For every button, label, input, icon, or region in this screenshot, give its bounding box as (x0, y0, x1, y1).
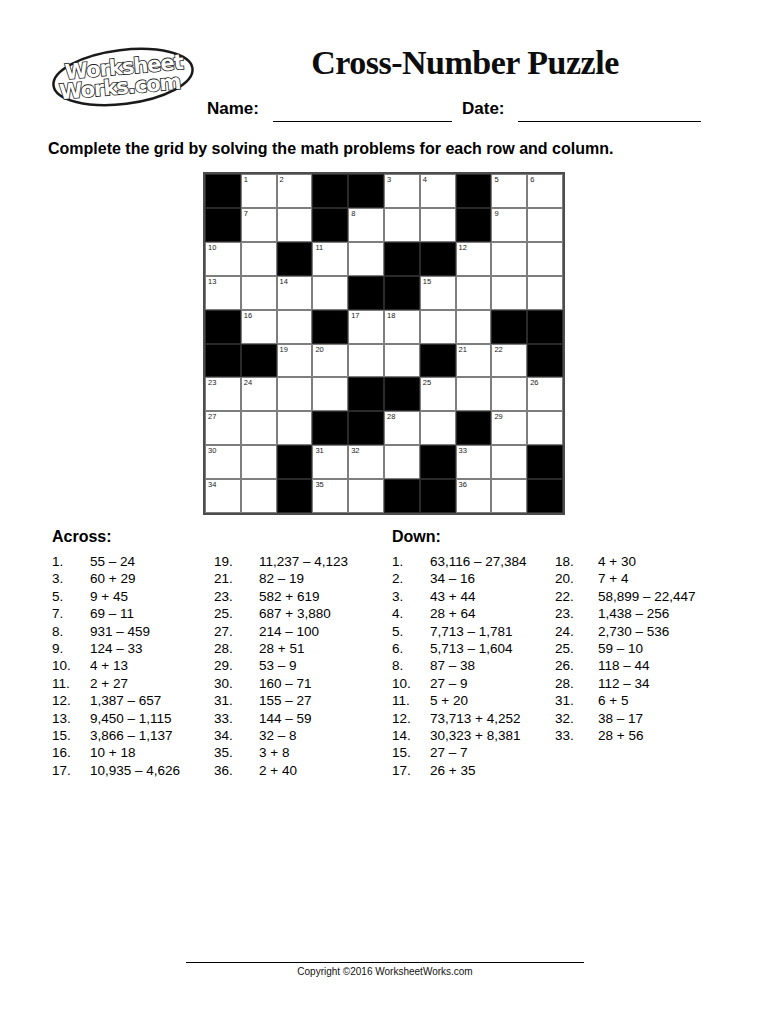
clue-across-17-expression: 10,935 – 4,626 (90, 763, 180, 780)
grid-cell-r9c1[interactable]: 30 (205, 445, 241, 479)
clue-down-18-expression: 4 + 30 (598, 554, 636, 571)
grid-cell-r1c2[interactable]: 1 (241, 174, 277, 208)
grid-cell-r10c2[interactable] (241, 479, 277, 513)
grid-cell-r2c7[interactable] (420, 208, 456, 242)
instructions-text: Complete the grid by solving the math pr… (48, 140, 748, 158)
grid-cell-r6c3[interactable]: 19 (277, 344, 313, 378)
clue-down-1-expression: 63,116 – 27,384 (430, 554, 527, 571)
cell-clue-number-29: 29 (494, 412, 502, 422)
clue-across-21: 21.82 – 19 (214, 571, 348, 588)
grid-cell-r10c4[interactable]: 35 (312, 479, 348, 513)
grid-cell-r5c1-block (205, 310, 241, 344)
clue-down-10-number: 10. (392, 676, 430, 693)
footer-divider (186, 962, 584, 963)
grid-cell-r7c9[interactable] (491, 377, 527, 411)
clue-down-2: 2.34 – 16 (392, 571, 527, 588)
clue-across-34-expression: 32 – 8 (259, 728, 297, 745)
clue-across-36: 36.2 + 40 (214, 763, 348, 780)
grid-cell-r10c1[interactable]: 34 (205, 479, 241, 513)
grid-cell-r5c8[interactable] (456, 310, 492, 344)
clue-across-3: 3.60 + 29 (52, 571, 180, 588)
clue-down-24: 24.2,730 – 536 (555, 624, 696, 641)
cell-clue-number-18: 18 (387, 311, 395, 321)
grid-cell-r5c2[interactable]: 16 (241, 310, 277, 344)
grid-cell-r8c7[interactable] (420, 411, 456, 445)
grid-cell-r1c5-block (348, 174, 384, 208)
clue-down-3: 3.43 + 44 (392, 589, 527, 606)
grid-cell-r3c6-block (384, 242, 420, 276)
clue-across-5: 5.9 + 45 (52, 589, 180, 606)
clue-down-31-expression: 6 + 5 (598, 693, 628, 710)
grid-cell-r3c9[interactable] (491, 242, 527, 276)
clue-down-20: 20.7 + 4 (555, 571, 696, 588)
clue-across-3-number: 3. (52, 571, 90, 588)
grid-cell-r8c3[interactable] (277, 411, 313, 445)
clue-across-12-number: 12. (52, 693, 90, 710)
cell-clue-number-9: 9 (494, 209, 498, 219)
clue-down-6-expression: 5,713 – 1,604 (430, 641, 513, 658)
across-clues-column-2: 19.11,237 – 4,12321.82 – 1923.582 + 6192… (214, 554, 348, 780)
clue-down-23: 23.1,438 – 256 (555, 606, 696, 623)
clue-down-14-number: 14. (392, 728, 430, 745)
cell-clue-number-6: 6 (530, 175, 534, 185)
grid-cell-r3c1[interactable]: 10 (205, 242, 241, 276)
clue-across-33-number: 33. (214, 711, 259, 728)
clue-down-20-expression: 7 + 4 (598, 571, 628, 588)
grid-cell-r4c9[interactable] (491, 276, 527, 310)
clue-across-23-expression: 582 + 619 (259, 589, 319, 606)
grid-cell-r1c6[interactable]: 3 (384, 174, 420, 208)
cell-clue-number-2: 2 (280, 175, 284, 185)
grid-cell-r4c3[interactable]: 14 (277, 276, 313, 310)
clue-down-4-expression: 28 + 64 (430, 606, 475, 623)
clue-across-16-number: 16. (52, 745, 90, 762)
clue-across-1: 1.55 – 24 (52, 554, 180, 571)
clue-across-23-number: 23. (214, 589, 259, 606)
grid-cell-r4c1[interactable]: 13 (205, 276, 241, 310)
grid-cell-r6c9[interactable]: 22 (491, 344, 527, 378)
clue-across-36-expression: 2 + 40 (259, 763, 297, 780)
clue-down-22-expression: 58,899 – 22,447 (598, 589, 696, 606)
clue-down-2-number: 2. (392, 571, 430, 588)
clue-across-27-number: 27. (214, 624, 259, 641)
grid-cell-r9c2[interactable] (241, 445, 277, 479)
puzzle-grid: 1234567891011121314151617181920212223242… (203, 172, 565, 515)
cell-clue-number-22: 22 (494, 345, 502, 355)
grid-cell-r1c1-block (205, 174, 241, 208)
grid-cell-r3c10[interactable] (527, 242, 563, 276)
clue-across-7-expression: 69 – 11 (90, 606, 134, 623)
grid-cell-r3c2[interactable] (241, 242, 277, 276)
grid-cell-r7c8[interactable] (456, 377, 492, 411)
clue-across-35-number: 35. (214, 745, 259, 762)
page-title: Cross-Number Puzzle (285, 44, 645, 82)
grid-cell-r4c6-block (384, 276, 420, 310)
grid-cell-r5c4-block (312, 310, 348, 344)
clue-down-10: 10.27 – 9 (392, 676, 527, 693)
grid-cell-r8c10[interactable] (527, 411, 563, 445)
grid-cell-r7c2[interactable]: 24 (241, 377, 277, 411)
grid-cell-r6c7-block (420, 344, 456, 378)
cell-clue-number-30: 30 (208, 446, 216, 456)
cell-clue-number-8: 8 (351, 209, 355, 219)
grid-cell-r3c5[interactable] (348, 242, 384, 276)
clue-down-10-expression: 27 – 9 (430, 676, 468, 693)
clue-down-8-number: 8. (392, 658, 430, 675)
cell-clue-number-16: 16 (244, 311, 252, 321)
clue-across-13-number: 13. (52, 711, 90, 728)
clue-down-15-number: 15. (392, 745, 430, 762)
clue-down-8: 8.87 – 38 (392, 658, 527, 675)
grid-cell-r7c7[interactable]: 25 (420, 377, 456, 411)
clue-down-4: 4.28 + 64 (392, 606, 527, 623)
clue-across-28-expression: 28 + 51 (259, 641, 304, 658)
clue-across-27: 27.214 – 100 (214, 624, 348, 641)
clue-across-12: 12.1,387 – 657 (52, 693, 180, 710)
cell-clue-number-25: 25 (423, 378, 431, 388)
cell-clue-number-26: 26 (530, 378, 538, 388)
clue-across-17-number: 17. (52, 763, 90, 780)
name-input-line[interactable] (273, 103, 452, 122)
grid-cell-r10c8[interactable]: 36 (456, 479, 492, 513)
grid-cell-r4c10[interactable] (527, 276, 563, 310)
date-input-line[interactable] (518, 103, 701, 122)
clue-down-12: 12.73,713 + 4,252 (392, 711, 527, 728)
grid-cell-r4c2[interactable] (241, 276, 277, 310)
grid-cell-r7c4[interactable] (312, 377, 348, 411)
clue-across-33: 33.144 – 59 (214, 711, 348, 728)
clue-down-31-number: 31. (555, 693, 598, 710)
cell-clue-number-14: 14 (280, 277, 288, 287)
clue-down-28-expression: 112 – 34 (598, 676, 650, 693)
cell-clue-number-10: 10 (208, 243, 216, 253)
grid-cell-r7c10[interactable]: 26 (527, 377, 563, 411)
grid-cell-r2c10[interactable] (527, 208, 563, 242)
clue-down-33-number: 33. (555, 728, 598, 745)
clue-across-30: 30.160 – 71 (214, 676, 348, 693)
clue-across-28: 28.28 + 51 (214, 641, 348, 658)
clue-across-29: 29.53 – 9 (214, 658, 348, 675)
grid-cell-r4c4[interactable] (312, 276, 348, 310)
grid-cell-r1c9[interactable]: 5 (491, 174, 527, 208)
clue-across-29-number: 29. (214, 658, 259, 675)
clue-down-1: 1.63,116 – 27,384 (392, 554, 527, 571)
clue-across-7: 7.69 – 11 (52, 606, 180, 623)
clue-down-28: 28.112 – 34 (555, 676, 696, 693)
clue-across-19: 19.11,237 – 4,123 (214, 554, 348, 571)
grid-cell-r2c6[interactable] (384, 208, 420, 242)
grid-cell-r10c10-block (527, 479, 563, 513)
cell-clue-number-5: 5 (494, 175, 498, 185)
clue-down-18-number: 18. (555, 554, 598, 571)
grid-cell-r5c6[interactable]: 18 (384, 310, 420, 344)
clue-down-4-number: 4. (392, 606, 430, 623)
clue-across-21-number: 21. (214, 571, 259, 588)
clue-down-15: 15.27 – 7 (392, 745, 527, 762)
clue-down-23-expression: 1,438 – 256 (598, 606, 669, 623)
clue-down-28-number: 28. (555, 676, 598, 693)
clue-across-12-expression: 1,387 – 657 (90, 693, 161, 710)
grid-cell-r7c6-block (384, 377, 420, 411)
clue-across-33-expression: 144 – 59 (259, 711, 312, 728)
clue-down-22-number: 22. (555, 589, 598, 606)
cell-clue-number-13: 13 (208, 277, 216, 287)
clue-across-8: 8.931 – 459 (52, 624, 180, 641)
across-clues-column-1: 1.55 – 243.60 + 295.9 + 457.69 – 118.931… (52, 554, 180, 780)
clue-across-31-expression: 155 – 27 (259, 693, 312, 710)
clue-across-35: 35.3 + 8 (214, 745, 348, 762)
clue-across-11: 11.2 + 27 (52, 676, 180, 693)
clue-across-30-number: 30. (214, 676, 259, 693)
cell-clue-number-12: 12 (459, 243, 467, 253)
clue-down-25: 25.59 – 10 (555, 641, 696, 658)
clue-across-31: 31.155 – 27 (214, 693, 348, 710)
cell-clue-number-35: 35 (315, 480, 323, 490)
clue-across-11-number: 11. (52, 676, 90, 693)
clue-across-30-expression: 160 – 71 (259, 676, 312, 693)
cell-clue-number-15: 15 (423, 277, 431, 287)
clue-down-32-number: 32. (555, 711, 598, 728)
clue-down-25-number: 25. (555, 641, 598, 658)
clue-down-23-number: 23. (555, 606, 598, 623)
grid-cell-r8c2[interactable] (241, 411, 277, 445)
clue-across-16-expression: 10 + 18 (90, 745, 135, 762)
clue-across-25-number: 25. (214, 606, 259, 623)
cell-clue-number-28: 28 (387, 412, 395, 422)
grid-cell-r6c10-block (527, 344, 563, 378)
clue-across-10: 10.4 + 13 (52, 658, 180, 675)
cell-clue-number-33: 33 (459, 446, 467, 456)
grid-cell-r3c3-block (277, 242, 313, 276)
clue-down-17: 17.26 + 35 (392, 763, 527, 780)
grid-cell-r10c5[interactable] (348, 479, 384, 513)
clue-across-25: 25.687 + 3,880 (214, 606, 348, 623)
grid-cell-r9c3-block (277, 445, 313, 479)
worksheet-page: { "header": { "logo_line1": "Worksheet",… (0, 0, 768, 1024)
grid-cell-r7c3[interactable] (277, 377, 313, 411)
grid-cell-r9c7-block (420, 445, 456, 479)
cell-clue-number-36: 36 (459, 480, 467, 490)
clue-across-5-expression: 9 + 45 (90, 589, 128, 606)
clue-across-5-number: 5. (52, 589, 90, 606)
clue-down-18: 18.4 + 30 (555, 554, 696, 571)
cell-clue-number-24: 24 (244, 378, 252, 388)
grid-cell-r1c7[interactable]: 4 (420, 174, 456, 208)
clue-across-23: 23.582 + 619 (214, 589, 348, 606)
grid-cell-r10c3-block (277, 479, 313, 513)
clue-down-11-number: 11. (392, 693, 430, 710)
clue-across-25-expression: 687 + 3,880 (259, 606, 331, 623)
grid-cell-r6c8[interactable]: 21 (456, 344, 492, 378)
clue-down-11: 11.5 + 20 (392, 693, 527, 710)
clue-across-35-expression: 3 + 8 (259, 745, 289, 762)
grid-cell-r8c1[interactable]: 27 (205, 411, 241, 445)
clue-across-10-number: 10. (52, 658, 90, 675)
grid-cell-r1c10[interactable]: 6 (527, 174, 563, 208)
clue-down-32: 32.38 – 17 (555, 711, 696, 728)
cell-clue-number-23: 23 (208, 378, 216, 388)
clue-down-14: 14.30,323 + 8,381 (392, 728, 527, 745)
down-heading: Down: (392, 528, 441, 546)
clue-across-15-expression: 3,866 – 1,137 (90, 728, 173, 745)
footer-copyright: Copyright ©2016 WorksheetWorks.com (186, 966, 584, 977)
clue-down-8-expression: 87 – 38 (430, 658, 475, 675)
grid-cell-r2c3[interactable] (277, 208, 313, 242)
clue-across-34: 34.32 – 8 (214, 728, 348, 745)
clue-across-36-number: 36. (214, 763, 259, 780)
grid-cell-r6c5[interactable] (348, 344, 384, 378)
grid-cell-r9c5[interactable]: 32 (348, 445, 384, 479)
grid-cell-r5c5[interactable]: 17 (348, 310, 384, 344)
clue-down-32-expression: 38 – 17 (598, 711, 643, 728)
grid-cell-r9c10-block (527, 445, 563, 479)
grid-cell-r7c5-block (348, 377, 384, 411)
across-heading: Across: (52, 528, 112, 546)
cell-clue-number-19: 19 (280, 345, 288, 355)
clue-across-17: 17.10,935 – 4,626 (52, 763, 180, 780)
down-clues-column-1: 1.63,116 – 27,3842.34 – 163.43 + 444.28 … (392, 554, 527, 780)
grid-cell-r6c1-block (205, 344, 241, 378)
grid-cell-r6c6[interactable] (384, 344, 420, 378)
clue-across-9: 9.124 – 33 (52, 641, 180, 658)
clue-across-21-expression: 82 – 19 (259, 571, 304, 588)
clue-down-15-expression: 27 – 7 (430, 745, 468, 762)
clue-across-7-number: 7. (52, 606, 90, 623)
clue-across-16: 16.10 + 18 (52, 745, 180, 762)
date-label: Date: (462, 99, 505, 119)
grid-cell-r8c8-block (456, 411, 492, 445)
clue-across-11-expression: 2 + 27 (90, 676, 128, 693)
clue-down-17-number: 17. (392, 763, 430, 780)
clue-across-19-expression: 11,237 – 4,123 (259, 554, 348, 571)
grid-cell-r4c7[interactable]: 15 (420, 276, 456, 310)
clue-down-3-number: 3. (392, 589, 430, 606)
grid-cell-r2c8-block (456, 208, 492, 242)
grid-cell-r7c1[interactable]: 23 (205, 377, 241, 411)
clue-down-26: 26.118 – 44 (555, 658, 696, 675)
clue-across-10-expression: 4 + 13 (90, 658, 128, 675)
grid-cell-r9c8[interactable]: 33 (456, 445, 492, 479)
grid-cell-r6c4[interactable]: 20 (312, 344, 348, 378)
name-label: Name: (207, 99, 259, 119)
grid-cell-r5c10-block (527, 310, 563, 344)
clue-across-13-expression: 9,450 – 1,115 (90, 711, 172, 728)
grid-cell-r4c8[interactable] (456, 276, 492, 310)
grid-cell-r1c4-block (312, 174, 348, 208)
clue-across-8-expression: 931 – 459 (90, 624, 150, 641)
clue-down-20-number: 20. (555, 571, 598, 588)
clue-across-34-number: 34. (214, 728, 259, 745)
clue-down-26-number: 26. (555, 658, 598, 675)
clue-down-6-number: 6. (392, 641, 430, 658)
grid-cell-r8c5-block (348, 411, 384, 445)
cell-clue-number-4: 4 (423, 175, 427, 185)
grid-cell-r9c4[interactable]: 31 (312, 445, 348, 479)
cell-clue-number-27: 27 (208, 412, 216, 422)
grid-cell-r8c6[interactable]: 28 (384, 411, 420, 445)
clue-across-27-expression: 214 – 100 (259, 624, 319, 641)
grid-cell-r9c9[interactable] (491, 445, 527, 479)
cell-clue-number-3: 3 (387, 175, 391, 185)
grid-cell-r6c2-block (241, 344, 277, 378)
clue-down-24-expression: 2,730 – 536 (598, 624, 669, 641)
grid-cell-r3c4[interactable]: 11 (312, 242, 348, 276)
grid-cell-r3c7-block (420, 242, 456, 276)
cell-clue-number-21: 21 (459, 345, 467, 355)
clue-across-15-number: 15. (52, 728, 90, 745)
clue-down-24-number: 24. (555, 624, 598, 641)
grid-cell-r1c3[interactable]: 2 (277, 174, 313, 208)
down-clues-column-2: 18.4 + 3020.7 + 422.58,899 – 22,44723.1,… (555, 554, 696, 745)
clue-down-12-expression: 73,713 + 4,252 (430, 711, 520, 728)
grid-cell-r10c9[interactable] (491, 479, 527, 513)
grid-cell-r1c8-block (456, 174, 492, 208)
cell-clue-number-11: 11 (315, 243, 323, 253)
clue-down-2-expression: 34 – 16 (430, 571, 475, 588)
grid-cell-r3c8[interactable]: 12 (456, 242, 492, 276)
clue-down-17-expression: 26 + 35 (430, 763, 475, 780)
clue-down-5-number: 5. (392, 624, 430, 641)
clue-down-12-number: 12. (392, 711, 430, 728)
clue-across-1-expression: 55 – 24 (90, 554, 135, 571)
clue-down-33-expression: 28 + 56 (598, 728, 643, 745)
grid-cell-r5c9-block (491, 310, 527, 344)
grid-cell-r5c7[interactable] (420, 310, 456, 344)
grid-cell-r8c4-block (312, 411, 348, 445)
clue-down-5: 5.7,713 – 1,781 (392, 624, 527, 641)
worksheetworks-logo: Worksheet Works.com (42, 40, 206, 130)
grid-cell-r4c5-block (348, 276, 384, 310)
clue-down-1-number: 1. (392, 554, 430, 571)
clue-down-5-expression: 7,713 – 1,781 (430, 624, 513, 641)
clue-across-1-number: 1. (52, 554, 90, 571)
clue-down-31: 31.6 + 5 (555, 693, 696, 710)
clue-across-8-number: 8. (52, 624, 90, 641)
clue-down-33: 33.28 + 56 (555, 728, 696, 745)
grid-cell-r10c7-block (420, 479, 456, 513)
cell-clue-number-31: 31 (315, 446, 323, 456)
clue-down-22: 22.58,899 – 22,447 (555, 589, 696, 606)
grid-cell-r2c4-block (312, 208, 348, 242)
cell-clue-number-1: 1 (244, 175, 248, 185)
grid-cell-r2c9[interactable]: 9 (491, 208, 527, 242)
clue-down-11-expression: 5 + 20 (430, 693, 468, 710)
clue-across-28-number: 28. (214, 641, 259, 658)
cell-clue-number-7: 7 (244, 209, 248, 219)
clue-across-3-expression: 60 + 29 (90, 571, 135, 588)
clue-across-19-number: 19. (214, 554, 259, 571)
clue-down-6: 6.5,713 – 1,604 (392, 641, 527, 658)
clue-across-9-number: 9. (52, 641, 90, 658)
grid-cell-r2c1-block (205, 208, 241, 242)
cell-clue-number-34: 34 (208, 480, 216, 490)
grid-cell-r2c2[interactable]: 7 (241, 208, 277, 242)
clue-across-15: 15.3,866 – 1,137 (52, 728, 180, 745)
clue-down-26-expression: 118 – 44 (598, 658, 650, 675)
grid-cell-r10c6-block (384, 479, 420, 513)
clue-down-14-expression: 30,323 + 8,381 (430, 728, 520, 745)
grid-cell-r9c6[interactable] (384, 445, 420, 479)
grid-cell-r8c9[interactable]: 29 (491, 411, 527, 445)
clue-down-25-expression: 59 – 10 (598, 641, 643, 658)
grid-cell-r5c3[interactable] (277, 310, 313, 344)
cell-clue-number-17: 17 (351, 311, 359, 321)
clue-across-13: 13.9,450 – 1,115 (52, 711, 180, 728)
clue-across-31-number: 31. (214, 693, 259, 710)
clue-down-3-expression: 43 + 44 (430, 589, 475, 606)
grid-cell-r2c5[interactable]: 8 (348, 208, 384, 242)
cell-clue-number-32: 32 (351, 446, 359, 456)
